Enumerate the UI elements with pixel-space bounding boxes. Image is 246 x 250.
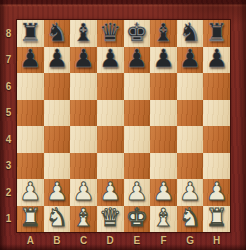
piece-white-knight-g1[interactable]: ♞ [179,205,201,230]
piece-white-rook-h1[interactable]: ♜ [205,205,227,230]
piece-black-knight-g8[interactable]: ♞ [179,20,201,45]
square-f7[interactable]: ♟ [150,47,177,74]
square-c6[interactable] [70,73,97,100]
piece-white-pawn-f2[interactable]: ♟ [152,179,174,204]
square-b3[interactable] [44,153,71,180]
square-g2[interactable]: ♟ [177,179,204,206]
square-f6[interactable] [150,73,177,100]
square-f5[interactable] [150,100,177,127]
piece-white-knight-b1[interactable]: ♞ [46,205,68,230]
square-h7[interactable]: ♟ [203,47,230,74]
square-f1[interactable]: ♝ [150,206,177,233]
square-h2[interactable]: ♟ [203,179,230,206]
rank-label-6: 6 [0,73,17,100]
piece-black-pawn-g7[interactable]: ♟ [179,46,201,71]
square-g1[interactable]: ♞ [177,206,204,233]
rank-labels: 87654321 [0,20,17,232]
file-labels: ABCDEFGH [17,232,230,248]
square-e1[interactable]: ♚ [124,206,151,233]
file-label-g: G [177,232,204,248]
piece-white-pawn-d2[interactable]: ♟ [99,179,121,204]
square-d7[interactable]: ♟ [97,47,124,74]
piece-white-queen-d1[interactable]: ♛ [99,205,121,230]
square-d4[interactable] [97,126,124,153]
square-d8[interactable]: ♛ [97,20,124,47]
square-c2[interactable]: ♟ [70,179,97,206]
rank-label-5: 5 [0,100,17,127]
piece-black-pawn-c7[interactable]: ♟ [72,46,94,71]
rank-label-8: 8 [0,20,17,47]
square-h1[interactable]: ♜ [203,206,230,233]
square-c1[interactable]: ♝ [70,206,97,233]
rank-label-3: 3 [0,153,17,180]
chess-board: ♜♞♝♛♚♝♞♜♟♟♟♟♟♟♟♟♟♟♟♟♟♟♟♟♜♞♝♛♚♝♞♜ [17,20,230,232]
square-d3[interactable] [97,153,124,180]
square-d2[interactable]: ♟ [97,179,124,206]
piece-black-pawn-a7[interactable]: ♟ [19,46,41,71]
square-a6[interactable] [17,73,44,100]
piece-white-king-e1[interactable]: ♚ [126,205,148,230]
piece-black-bishop-c8[interactable]: ♝ [72,20,94,45]
square-d6[interactable] [97,73,124,100]
file-label-a: A [17,232,44,248]
square-g7[interactable]: ♟ [177,47,204,74]
square-d1[interactable]: ♛ [97,206,124,233]
square-e3[interactable] [124,153,151,180]
square-a4[interactable] [17,126,44,153]
square-a7[interactable]: ♟ [17,47,44,74]
square-f2[interactable]: ♟ [150,179,177,206]
piece-black-pawn-d7[interactable]: ♟ [99,46,121,71]
square-h3[interactable] [203,153,230,180]
rank-label-1: 1 [0,206,17,233]
piece-white-pawn-c2[interactable]: ♟ [72,179,94,204]
square-b1[interactable]: ♞ [44,206,71,233]
square-b8[interactable]: ♞ [44,20,71,47]
square-b4[interactable] [44,126,71,153]
square-a8[interactable]: ♜ [17,20,44,47]
square-c4[interactable] [70,126,97,153]
square-a5[interactable] [17,100,44,127]
square-d5[interactable] [97,100,124,127]
piece-black-pawn-b7[interactable]: ♟ [46,46,68,71]
square-g5[interactable] [177,100,204,127]
file-label-e: E [124,232,151,248]
square-c8[interactable]: ♝ [70,20,97,47]
square-c7[interactable]: ♟ [70,47,97,74]
piece-black-pawn-e7[interactable]: ♟ [126,46,148,71]
rank-label-7: 7 [0,47,17,74]
file-label-b: B [44,232,71,248]
square-c3[interactable] [70,153,97,180]
square-b6[interactable] [44,73,71,100]
piece-black-pawn-h7[interactable]: ♟ [205,46,227,71]
square-f4[interactable] [150,126,177,153]
piece-white-bishop-c1[interactable]: ♝ [72,205,94,230]
piece-white-pawn-a2[interactable]: ♟ [19,179,41,204]
square-h8[interactable]: ♜ [203,20,230,47]
square-g8[interactable]: ♞ [177,20,204,47]
square-a2[interactable]: ♟ [17,179,44,206]
file-label-d: D [97,232,124,248]
square-f3[interactable] [150,153,177,180]
piece-black-knight-b8[interactable]: ♞ [46,20,68,45]
square-h4[interactable] [203,126,230,153]
rank-label-4: 4 [0,126,17,153]
square-a3[interactable] [17,153,44,180]
square-a1[interactable]: ♜ [17,206,44,233]
piece-black-rook-a8[interactable]: ♜ [19,20,41,45]
square-h5[interactable] [203,100,230,127]
piece-black-queen-d8[interactable]: ♛ [99,20,121,45]
piece-white-pawn-b2[interactable]: ♟ [46,179,68,204]
square-b7[interactable]: ♟ [44,47,71,74]
piece-white-rook-a1[interactable]: ♜ [19,205,41,230]
rank-label-2: 2 [0,179,17,206]
square-e5[interactable] [124,100,151,127]
square-h6[interactable] [203,73,230,100]
square-e2[interactable]: ♟ [124,179,151,206]
square-b5[interactable] [44,100,71,127]
square-e4[interactable] [124,126,151,153]
piece-black-rook-h8[interactable]: ♜ [205,20,227,45]
file-label-f: F [150,232,177,248]
piece-black-king-e8[interactable]: ♚ [126,20,148,45]
piece-black-pawn-f7[interactable]: ♟ [152,46,174,71]
square-g4[interactable] [177,126,204,153]
square-e8[interactable]: ♚ [124,20,151,47]
square-e7[interactable]: ♟ [124,47,151,74]
square-g3[interactable] [177,153,204,180]
square-e6[interactable] [124,73,151,100]
piece-white-pawn-h2[interactable]: ♟ [205,179,227,204]
file-label-c: C [70,232,97,248]
square-b2[interactable]: ♟ [44,179,71,206]
square-g6[interactable] [177,73,204,100]
square-c5[interactable] [70,100,97,127]
piece-white-pawn-g2[interactable]: ♟ [179,179,201,204]
chessboard-window: 87654321 ♜♞♝♛♚♝♞♜♟♟♟♟♟♟♟♟♟♟♟♟♟♟♟♟♜♞♝♛♚♝♞… [0,0,246,250]
piece-white-bishop-f1[interactable]: ♝ [152,205,174,230]
file-label-h: H [203,232,230,248]
square-f8[interactable]: ♝ [150,20,177,47]
piece-black-bishop-f8[interactable]: ♝ [152,20,174,45]
piece-white-pawn-e2[interactable]: ♟ [126,179,148,204]
